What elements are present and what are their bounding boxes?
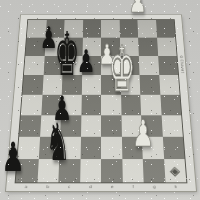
square-b8 <box>45 20 64 38</box>
square-d1 <box>80 159 101 182</box>
square-h2 <box>162 137 184 159</box>
square-d3 <box>81 115 101 136</box>
chessboard: ◈ abcdefgh ©Chavet <box>6 15 196 191</box>
square-h6 <box>158 56 178 75</box>
file-label-d: d <box>89 185 92 189</box>
square-f6 <box>120 56 140 75</box>
square-h8 <box>156 20 176 38</box>
file-label-f: f <box>132 185 134 189</box>
square-f2 <box>121 137 142 159</box>
square-c6 <box>62 56 82 75</box>
square-g2 <box>142 137 164 159</box>
square-a7 <box>25 38 45 56</box>
square-f5 <box>120 75 140 95</box>
square-f4 <box>121 95 141 116</box>
square-d7 <box>82 38 101 56</box>
board-grid: ◈ <box>16 20 187 182</box>
square-e3 <box>101 115 121 136</box>
square-c3 <box>60 115 81 136</box>
square-b4 <box>41 95 62 116</box>
square-d2 <box>80 137 101 159</box>
square-e7 <box>101 38 120 56</box>
square-c8 <box>64 20 83 38</box>
square-b7 <box>44 38 64 56</box>
square-h1: ◈ <box>164 159 187 182</box>
square-h4 <box>160 95 181 116</box>
square-f8 <box>119 20 138 38</box>
file-label-b: b <box>46 185 49 189</box>
square-a8 <box>27 20 47 38</box>
file-label-c: c <box>68 185 70 189</box>
square-e6 <box>101 56 120 75</box>
square-d4 <box>81 95 101 116</box>
square-a2 <box>17 137 39 159</box>
square-g8 <box>137 20 156 38</box>
square-g7 <box>138 38 158 56</box>
square-c1 <box>58 159 80 182</box>
square-h5 <box>159 75 180 95</box>
square-b6 <box>43 56 63 75</box>
square-b5 <box>42 75 62 95</box>
file-label-h: h <box>174 185 177 189</box>
square-d8 <box>82 20 101 38</box>
brand-stamp: ©Chavet <box>179 55 185 73</box>
square-h3 <box>161 115 183 136</box>
file-labels: abcdefgh <box>15 183 187 190</box>
file-label-e: e <box>111 185 113 189</box>
square-g6 <box>139 56 159 75</box>
square-c7 <box>63 38 82 56</box>
square-g1 <box>143 159 165 182</box>
square-a6 <box>24 56 44 75</box>
square-g4 <box>140 95 161 116</box>
square-d5 <box>81 75 101 95</box>
square-b3 <box>40 115 61 136</box>
square-e8 <box>101 20 120 38</box>
square-e2 <box>101 137 122 159</box>
square-b1 <box>37 159 59 182</box>
file-label-g: g <box>153 185 156 189</box>
square-e4 <box>101 95 121 116</box>
square-a4 <box>21 95 42 116</box>
square-a1 <box>16 159 39 182</box>
square-c2 <box>59 137 80 159</box>
square-h7 <box>157 38 177 56</box>
board-emblem-icon: ◈ <box>170 164 181 176</box>
square-c5 <box>62 75 82 95</box>
square-b2 <box>38 137 60 159</box>
square-d6 <box>82 56 101 75</box>
square-f7 <box>120 38 139 56</box>
board-frame: ◈ abcdefgh ©Chavet <box>6 15 196 191</box>
square-e5 <box>101 75 121 95</box>
file-label-a: a <box>25 185 28 189</box>
square-f3 <box>121 115 142 136</box>
square-f1 <box>122 159 144 182</box>
square-a5 <box>22 75 43 95</box>
photo-chess-scene: ◈ abcdefgh ©Chavet ♟♟♟♟♚♚♟♟♞♟ <box>0 0 200 200</box>
square-a3 <box>19 115 41 136</box>
square-g5 <box>140 75 160 95</box>
square-c4 <box>61 95 81 116</box>
square-g3 <box>141 115 162 136</box>
square-e1 <box>101 159 122 182</box>
